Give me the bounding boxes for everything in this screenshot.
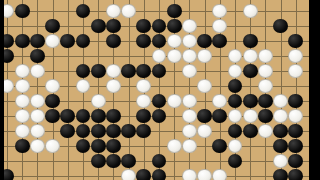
black-stone: [288, 124, 303, 139]
black-stone: [121, 64, 136, 79]
white-stone: [182, 19, 197, 34]
black-stone: [152, 154, 167, 169]
black-stone: [91, 124, 106, 139]
black-stone: [258, 109, 273, 124]
black-stone: [152, 34, 167, 49]
white-stone: [288, 109, 303, 124]
black-stone: [152, 64, 167, 79]
white-stone: [228, 49, 243, 64]
black-stone: [288, 169, 303, 180]
black-stone: [15, 34, 30, 49]
white-stone: [45, 34, 60, 49]
white-stone: [15, 94, 30, 109]
black-stone: [30, 49, 45, 64]
white-stone: [106, 79, 121, 94]
black-stone: [167, 19, 182, 34]
black-stone: [228, 154, 243, 169]
black-stone: [136, 34, 151, 49]
letterbox-left-bar: [0, 0, 4, 180]
black-stone: [288, 139, 303, 154]
white-stone: [30, 94, 45, 109]
white-stone: [182, 124, 197, 139]
white-stone: [273, 154, 288, 169]
black-stone: [106, 34, 121, 49]
black-stone: [30, 34, 45, 49]
black-stone: [243, 94, 258, 109]
black-stone: [60, 124, 75, 139]
black-stone: [243, 124, 258, 139]
white-stone: [228, 139, 243, 154]
go-game-screenshot: [0, 0, 320, 180]
black-stone: [212, 139, 227, 154]
white-stone: [212, 94, 227, 109]
black-stone: [106, 139, 121, 154]
white-stone: [243, 49, 258, 64]
black-stone: [197, 109, 212, 124]
white-stone: [15, 64, 30, 79]
white-stone: [243, 4, 258, 19]
white-stone: [228, 109, 243, 124]
black-stone: [136, 109, 151, 124]
black-stone: [60, 109, 75, 124]
black-stone: [152, 109, 167, 124]
black-stone: [243, 64, 258, 79]
black-stone: [45, 94, 60, 109]
black-stone: [121, 154, 136, 169]
black-stone: [106, 19, 121, 34]
white-stone: [258, 64, 273, 79]
white-stone: [212, 4, 227, 19]
black-stone: [60, 34, 75, 49]
white-stone: [212, 169, 227, 180]
black-stone: [273, 169, 288, 180]
white-stone: [288, 49, 303, 64]
white-stone: [15, 109, 30, 124]
white-stone: [45, 79, 60, 94]
black-stone: [106, 109, 121, 124]
black-stone: [273, 139, 288, 154]
black-stone: [288, 94, 303, 109]
black-stone: [152, 19, 167, 34]
black-stone: [273, 124, 288, 139]
black-stone: [15, 139, 30, 154]
white-stone: [212, 19, 227, 34]
black-stone: [15, 4, 30, 19]
white-stone: [152, 49, 167, 64]
white-stone: [182, 109, 197, 124]
white-stone: [243, 109, 258, 124]
white-stone: [167, 34, 182, 49]
black-stone: [76, 109, 91, 124]
black-stone: [76, 64, 91, 79]
black-stone: [167, 4, 182, 19]
white-stone: [182, 139, 197, 154]
go-board[interactable]: [4, 0, 309, 180]
white-stone: [197, 169, 212, 180]
white-stone: [273, 94, 288, 109]
white-stone: [182, 34, 197, 49]
black-stone: [45, 109, 60, 124]
black-stone: [91, 109, 106, 124]
white-stone: [30, 64, 45, 79]
white-stone: [15, 79, 30, 94]
white-stone: [30, 109, 45, 124]
white-stone: [197, 79, 212, 94]
black-stone: [136, 64, 151, 79]
white-stone: [106, 64, 121, 79]
black-stone: [136, 19, 151, 34]
black-stone: [288, 34, 303, 49]
black-stone: [76, 139, 91, 154]
black-stone: [228, 79, 243, 94]
white-stone: [121, 4, 136, 19]
black-stone: [258, 94, 273, 109]
black-stone: [152, 169, 167, 180]
white-stone: [258, 124, 273, 139]
white-stone: [182, 49, 197, 64]
black-stone: [106, 124, 121, 139]
white-stone: [182, 94, 197, 109]
white-stone: [197, 49, 212, 64]
white-stone: [182, 169, 197, 180]
white-stone: [136, 94, 151, 109]
black-stone: [76, 4, 91, 19]
white-stone: [258, 49, 273, 64]
grid-line-vertical: [250, 0, 251, 180]
black-stone: [91, 154, 106, 169]
white-stone: [136, 79, 151, 94]
white-stone: [167, 94, 182, 109]
black-stone: [197, 34, 212, 49]
black-stone: [136, 124, 151, 139]
white-stone: [30, 124, 45, 139]
grid-line-horizontal: [4, 11, 309, 12]
letterbox-right-bar: [309, 0, 320, 180]
white-stone: [167, 49, 182, 64]
black-stone: [91, 64, 106, 79]
white-stone: [182, 64, 197, 79]
black-stone: [243, 34, 258, 49]
white-stone: [288, 64, 303, 79]
black-stone: [212, 109, 227, 124]
white-stone: [106, 4, 121, 19]
white-stone: [76, 79, 91, 94]
black-stone: [91, 139, 106, 154]
black-stone: [76, 34, 91, 49]
black-stone: [121, 124, 136, 139]
black-stone: [273, 19, 288, 34]
black-stone: [136, 169, 151, 180]
white-stone: [273, 109, 288, 124]
white-stone: [228, 64, 243, 79]
black-stone: [212, 34, 227, 49]
white-stone: [45, 139, 60, 154]
white-stone: [30, 139, 45, 154]
black-stone: [228, 94, 243, 109]
black-stone: [91, 19, 106, 34]
white-stone: [121, 169, 136, 180]
black-stone: [288, 154, 303, 169]
white-stone: [197, 124, 212, 139]
black-stone: [45, 19, 60, 34]
black-stone: [228, 124, 243, 139]
white-stone: [167, 139, 182, 154]
grid-line-vertical: [68, 0, 69, 180]
white-stone: [258, 79, 273, 94]
white-stone: [15, 124, 30, 139]
black-stone: [152, 94, 167, 109]
black-stone: [106, 154, 121, 169]
black-stone: [76, 124, 91, 139]
white-stone: [91, 94, 106, 109]
